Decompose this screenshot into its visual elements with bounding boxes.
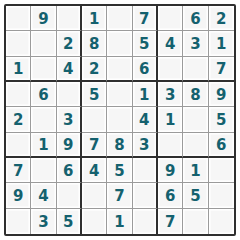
cell-r6c1[interactable] [6, 133, 31, 158]
cell-r9c8[interactable] [183, 209, 208, 234]
given-digit: 6 [190, 11, 200, 26]
cell-r1c4[interactable]: 1 [82, 6, 107, 31]
cell-r8c6[interactable] [133, 183, 158, 208]
cell-r3c7[interactable] [158, 57, 183, 82]
given-digit: 4 [89, 163, 99, 178]
cell-r7c3[interactable]: 6 [57, 158, 82, 183]
cell-r9c7[interactable]: 7 [158, 209, 183, 234]
cell-r3c8[interactable] [183, 57, 208, 82]
cell-r2c7[interactable]: 4 [158, 31, 183, 56]
given-digit: 3 [165, 87, 175, 102]
given-digit: 2 [89, 61, 99, 76]
given-digit: 2 [216, 11, 226, 26]
cell-r4c4[interactable]: 5 [82, 82, 107, 107]
cell-r8c1[interactable]: 9 [6, 183, 31, 208]
cell-r9c4[interactable] [82, 209, 107, 234]
given-digit: 9 [13, 188, 23, 203]
cell-r5c5[interactable] [107, 107, 132, 132]
cell-r3c5[interactable] [107, 57, 132, 82]
cell-r3c4[interactable]: 2 [82, 57, 107, 82]
cell-r5c7[interactable]: 1 [158, 107, 183, 132]
cell-r8c9[interactable] [209, 183, 234, 208]
given-digit: 6 [165, 188, 175, 203]
cell-r9c5[interactable]: 1 [107, 209, 132, 234]
cell-r4c1[interactable] [6, 82, 31, 107]
cell-r2c9[interactable]: 1 [209, 31, 234, 56]
cell-r8c8[interactable]: 5 [183, 183, 208, 208]
cell-r5c4[interactable] [82, 107, 107, 132]
cell-r7c6[interactable] [133, 158, 158, 183]
given-digit: 5 [216, 112, 226, 127]
given-digit: 8 [190, 87, 200, 102]
given-digit: 3 [63, 112, 73, 127]
given-digit: 7 [165, 214, 175, 229]
cell-r9c9[interactable] [209, 209, 234, 234]
sudoku-page: 9176228543114267651389234151978367645919… [0, 0, 240, 240]
cell-r5c3[interactable]: 3 [57, 107, 82, 132]
cell-r4c6[interactable]: 1 [133, 82, 158, 107]
cell-r1c5[interactable] [107, 6, 132, 31]
given-digit: 1 [114, 214, 124, 229]
cell-r1c7[interactable] [158, 6, 183, 31]
cell-r2c6[interactable]: 5 [133, 31, 158, 56]
cell-r8c5[interactable]: 7 [107, 183, 132, 208]
cell-r2c4[interactable]: 8 [82, 31, 107, 56]
cell-r3c6[interactable]: 6 [133, 57, 158, 82]
given-digit: 9 [63, 137, 73, 152]
cell-r5c9[interactable]: 5 [209, 107, 234, 132]
given-digit: 5 [190, 188, 200, 203]
cell-r8c7[interactable]: 6 [158, 183, 183, 208]
cell-r4c7[interactable]: 3 [158, 82, 183, 107]
cell-r6c6[interactable]: 3 [133, 133, 158, 158]
given-digit: 5 [63, 214, 73, 229]
given-digit: 2 [63, 36, 73, 51]
given-digit: 7 [216, 61, 226, 76]
cell-r7c7[interactable]: 9 [158, 158, 183, 183]
cell-r1c8[interactable]: 6 [183, 6, 208, 31]
given-digit: 4 [38, 188, 48, 203]
cell-r8c3[interactable] [57, 183, 82, 208]
given-digit: 9 [216, 87, 226, 102]
cell-r6c8[interactable] [183, 133, 208, 158]
given-digit: 9 [38, 11, 48, 26]
cell-r6c7[interactable] [158, 133, 183, 158]
given-digit: 9 [165, 163, 175, 178]
cell-r5c6[interactable]: 4 [133, 107, 158, 132]
cell-r8c2[interactable]: 4 [31, 183, 56, 208]
given-digit: 1 [13, 61, 23, 76]
cell-r6c4[interactable]: 7 [82, 133, 107, 158]
cell-r9c6[interactable] [133, 209, 158, 234]
cell-r3c2[interactable] [31, 57, 56, 82]
cell-r1c1[interactable] [6, 6, 31, 31]
cell-r9c2[interactable]: 3 [31, 209, 56, 234]
cell-r7c9[interactable] [209, 158, 234, 183]
given-digit: 7 [13, 163, 23, 178]
cell-r6c5[interactable]: 8 [107, 133, 132, 158]
cell-r9c1[interactable] [6, 209, 31, 234]
cell-r5c2[interactable] [31, 107, 56, 132]
given-digit: 3 [38, 214, 48, 229]
cell-r5c8[interactable] [183, 107, 208, 132]
cell-r6c2[interactable]: 1 [31, 133, 56, 158]
given-digit: 1 [89, 11, 99, 26]
given-digit: 1 [190, 163, 200, 178]
cell-r3c1[interactable]: 1 [6, 57, 31, 82]
given-digit: 1 [139, 87, 149, 102]
cell-r1c9[interactable]: 2 [209, 6, 234, 31]
given-digit: 7 [139, 11, 149, 26]
given-digit: 6 [38, 87, 48, 102]
given-digit: 8 [114, 137, 124, 152]
cell-r5c1[interactable]: 2 [6, 107, 31, 132]
given-digit: 7 [89, 137, 99, 152]
given-digit: 7 [114, 188, 124, 203]
cell-r6c3[interactable]: 9 [57, 133, 82, 158]
cell-r4c9[interactable]: 9 [209, 82, 234, 107]
cell-r4c3[interactable] [57, 82, 82, 107]
cell-r3c9[interactable]: 7 [209, 57, 234, 82]
cell-r7c8[interactable]: 1 [183, 158, 208, 183]
sudoku-board: 9176228543114267651389234151978367645919… [4, 4, 236, 236]
cell-r1c2[interactable]: 9 [31, 6, 56, 31]
cell-r8c4[interactable] [82, 183, 107, 208]
cell-r4c2[interactable]: 6 [31, 82, 56, 107]
given-digit: 4 [165, 36, 175, 51]
given-digit: 2 [13, 112, 23, 127]
cell-r7c4[interactable]: 4 [82, 158, 107, 183]
given-digit: 3 [139, 137, 149, 152]
cell-r6c9[interactable]: 6 [209, 133, 234, 158]
cell-r2c1[interactable] [6, 31, 31, 56]
cell-r7c5[interactable]: 5 [107, 158, 132, 183]
cell-r2c8[interactable]: 3 [183, 31, 208, 56]
given-digit: 1 [216, 36, 226, 51]
given-digit: 6 [139, 61, 149, 76]
given-digit: 6 [216, 137, 226, 152]
cell-r7c2[interactable] [31, 158, 56, 183]
given-digit: 4 [63, 61, 73, 76]
given-digit: 8 [89, 36, 99, 51]
cell-r3c3[interactable]: 4 [57, 57, 82, 82]
cell-r2c3[interactable]: 2 [57, 31, 82, 56]
given-digit: 5 [114, 163, 124, 178]
cell-r2c5[interactable] [107, 31, 132, 56]
cell-r4c8[interactable]: 8 [183, 82, 208, 107]
given-digit: 5 [139, 36, 149, 51]
cell-r7c1[interactable]: 7 [6, 158, 31, 183]
cell-r9c3[interactable]: 5 [57, 209, 82, 234]
given-digit: 1 [165, 112, 175, 127]
given-digit: 1 [38, 137, 48, 152]
cell-r1c3[interactable] [57, 6, 82, 31]
given-digit: 3 [190, 36, 200, 51]
cell-r2c2[interactable] [31, 31, 56, 56]
given-digit: 5 [89, 87, 99, 102]
cell-r1c6[interactable]: 7 [133, 6, 158, 31]
given-digit: 6 [63, 163, 73, 178]
cell-r4c5[interactable] [107, 82, 132, 107]
given-digit: 4 [139, 112, 149, 127]
